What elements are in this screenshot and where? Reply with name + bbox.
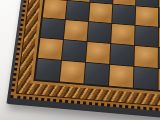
square-b4 xyxy=(66,1,90,21)
square-a2 xyxy=(38,38,63,60)
square-d2 xyxy=(110,44,134,66)
square-b3 xyxy=(64,20,88,41)
square-e2 xyxy=(134,46,157,68)
square-f4 xyxy=(159,8,160,29)
square-f1 xyxy=(159,69,160,92)
square-b1 xyxy=(60,61,85,84)
square-e4 xyxy=(136,6,159,26)
field-frame xyxy=(33,0,160,98)
square-c3 xyxy=(88,22,112,43)
square-a3 xyxy=(40,18,64,39)
square-e1 xyxy=(134,67,158,90)
square-e3 xyxy=(135,26,158,47)
square-f2 xyxy=(159,48,160,70)
square-d1 xyxy=(109,65,133,88)
square-a4 xyxy=(43,0,67,19)
photo-scene xyxy=(0,0,160,120)
square-c2 xyxy=(86,42,110,64)
carved-border xyxy=(16,0,160,114)
square-c1 xyxy=(84,63,109,86)
square-c4 xyxy=(89,3,112,23)
square-f3 xyxy=(159,28,160,49)
square-b2 xyxy=(62,40,87,62)
square-a1 xyxy=(35,59,60,82)
square-d4 xyxy=(112,4,135,24)
chessboard-grid xyxy=(35,0,160,96)
inner-margin xyxy=(30,0,160,101)
square-d3 xyxy=(111,24,134,45)
chessboard xyxy=(10,0,160,120)
